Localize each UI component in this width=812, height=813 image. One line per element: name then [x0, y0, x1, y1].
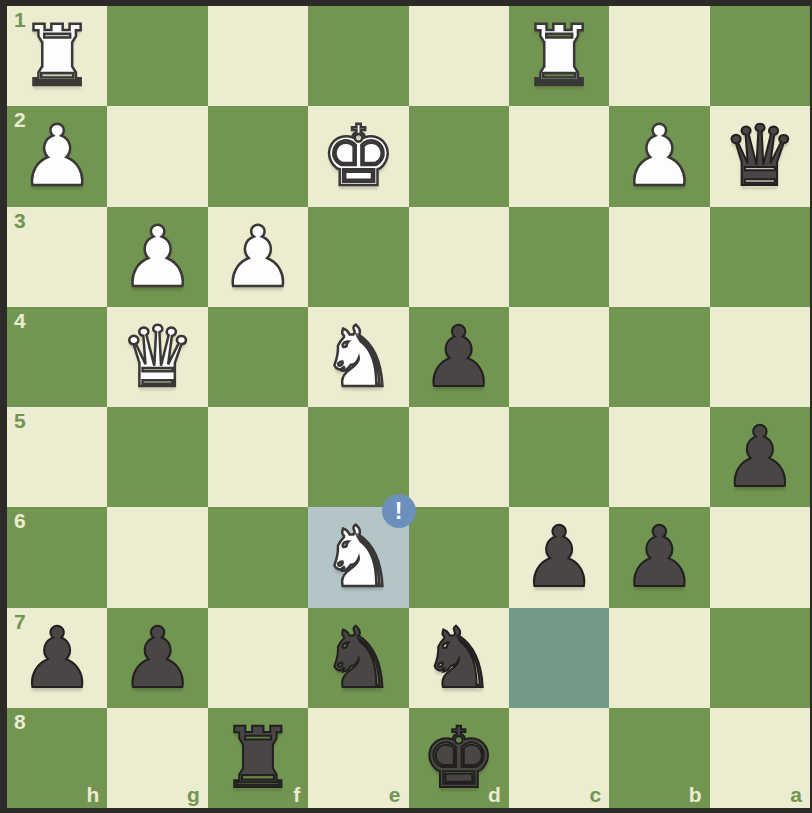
square-e4[interactable]: ♞	[308, 307, 408, 407]
file-label-g: g	[187, 784, 200, 805]
file-label-h: h	[87, 784, 100, 805]
square-f4[interactable]	[208, 307, 308, 407]
square-a8[interactable]: a	[710, 708, 810, 808]
square-a2[interactable]: ♛	[710, 106, 810, 206]
square-b8[interactable]: b	[609, 708, 709, 808]
rank-label-8: 8	[14, 711, 26, 732]
square-d2[interactable]	[409, 106, 509, 206]
square-b2[interactable]: ♟	[609, 106, 709, 206]
square-b6[interactable]: ♟	[609, 507, 709, 607]
piece-white-knight[interactable]: ♞	[321, 515, 396, 599]
square-h3[interactable]: 3	[7, 207, 107, 307]
square-e3[interactable]	[308, 207, 408, 307]
square-h5[interactable]: 5	[7, 407, 107, 507]
piece-black-pawn[interactable]: ♟	[20, 616, 95, 700]
rank-label-1: 1	[14, 9, 26, 30]
file-label-a: a	[790, 784, 802, 805]
piece-black-pawn[interactable]: ♟	[120, 616, 195, 700]
piece-white-pawn[interactable]: ♟	[20, 114, 95, 198]
piece-white-rook[interactable]: ♜	[521, 14, 596, 98]
piece-white-knight[interactable]: ♞	[321, 315, 396, 399]
square-f8[interactable]: f♜	[208, 708, 308, 808]
piece-white-pawn[interactable]: ♟	[220, 215, 295, 299]
square-h7[interactable]: 7♟	[7, 608, 107, 708]
piece-black-rook[interactable]: ♜	[220, 716, 295, 800]
square-d7[interactable]: ♞	[409, 608, 509, 708]
square-h8[interactable]: 8h	[7, 708, 107, 808]
square-g6[interactable]	[107, 507, 207, 607]
square-h2[interactable]: 2♟	[7, 106, 107, 206]
square-g5[interactable]	[107, 407, 207, 507]
square-f2[interactable]	[208, 106, 308, 206]
square-f5[interactable]	[208, 407, 308, 507]
square-f1[interactable]	[208, 6, 308, 106]
file-label-d: d	[488, 784, 501, 805]
square-c8[interactable]: c	[509, 708, 609, 808]
piece-white-king[interactable]: ♚	[321, 114, 396, 198]
piece-white-rook[interactable]: ♜	[20, 14, 95, 98]
piece-white-pawn[interactable]: ♟	[622, 114, 697, 198]
piece-black-queen[interactable]: ♛	[722, 114, 797, 198]
file-label-b: b	[689, 784, 702, 805]
square-g7[interactable]: ♟	[107, 608, 207, 708]
square-c1[interactable]: ♜	[509, 6, 609, 106]
square-a5[interactable]: ♟	[710, 407, 810, 507]
rank-label-6: 6	[14, 510, 26, 531]
piece-black-king[interactable]: ♚	[421, 716, 496, 800]
square-h4[interactable]: 4	[7, 307, 107, 407]
square-g8[interactable]: g	[107, 708, 207, 808]
square-c3[interactable]	[509, 207, 609, 307]
piece-black-knight[interactable]: ♞	[321, 616, 396, 700]
square-c2[interactable]	[509, 106, 609, 206]
square-b1[interactable]	[609, 6, 709, 106]
square-b7[interactable]	[609, 608, 709, 708]
square-a1[interactable]	[710, 6, 810, 106]
square-e5[interactable]	[308, 407, 408, 507]
file-label-f: f	[293, 784, 300, 805]
square-h6[interactable]: 6	[7, 507, 107, 607]
rank-label-3: 3	[14, 210, 26, 231]
square-e2[interactable]: ♚	[308, 106, 408, 206]
square-f7[interactable]	[208, 608, 308, 708]
good-move-badge: !	[382, 494, 416, 528]
rank-label-5: 5	[14, 410, 26, 431]
square-e7[interactable]: ♞	[308, 608, 408, 708]
square-d4[interactable]: ♟	[409, 307, 509, 407]
square-d8[interactable]: d♚	[409, 708, 509, 808]
square-c6[interactable]: ♟	[509, 507, 609, 607]
rank-label-7: 7	[14, 611, 26, 632]
square-d6[interactable]	[409, 507, 509, 607]
square-e1[interactable]	[308, 6, 408, 106]
rank-label-4: 4	[14, 310, 26, 331]
square-g1[interactable]	[107, 6, 207, 106]
piece-white-pawn[interactable]: ♟	[120, 215, 195, 299]
piece-black-pawn[interactable]: ♟	[521, 515, 596, 599]
file-label-c: c	[590, 784, 602, 805]
square-f3[interactable]: ♟	[208, 207, 308, 307]
square-d3[interactable]	[409, 207, 509, 307]
square-c5[interactable]	[509, 407, 609, 507]
square-a4[interactable]	[710, 307, 810, 407]
square-f6[interactable]	[208, 507, 308, 607]
chess-board: 1♜♜2♟♚♟♛3♟♟4♛♞♟5♟6♞!♟♟7♟♟♞♞8hgf♜ed♚cba	[7, 6, 810, 808]
piece-black-pawn[interactable]: ♟	[622, 515, 697, 599]
board-frame: 1♜♜2♟♚♟♛3♟♟4♛♞♟5♟6♞!♟♟7♟♟♞♞8hgf♜ed♚cba	[0, 0, 812, 813]
file-label-e: e	[389, 784, 401, 805]
piece-black-pawn[interactable]: ♟	[421, 315, 496, 399]
square-b3[interactable]	[609, 207, 709, 307]
square-a7[interactable]	[710, 608, 810, 708]
piece-black-pawn[interactable]: ♟	[722, 415, 797, 499]
piece-white-queen[interactable]: ♛	[120, 315, 195, 399]
square-e6[interactable]: ♞!	[308, 507, 408, 607]
rank-label-2: 2	[14, 109, 26, 130]
square-d5[interactable]	[409, 407, 509, 507]
square-g3[interactable]: ♟	[107, 207, 207, 307]
square-e8[interactable]: e	[308, 708, 408, 808]
square-c7[interactable]	[509, 608, 609, 708]
square-c4[interactable]	[509, 307, 609, 407]
square-d1[interactable]	[409, 6, 509, 106]
square-g4[interactable]: ♛	[107, 307, 207, 407]
square-b5[interactable]	[609, 407, 709, 507]
piece-black-knight[interactable]: ♞	[421, 616, 496, 700]
square-h1[interactable]: 1♜	[7, 6, 107, 106]
square-g2[interactable]	[107, 106, 207, 206]
square-a3[interactable]	[710, 207, 810, 307]
square-b4[interactable]	[609, 307, 709, 407]
square-a6[interactable]	[710, 507, 810, 607]
